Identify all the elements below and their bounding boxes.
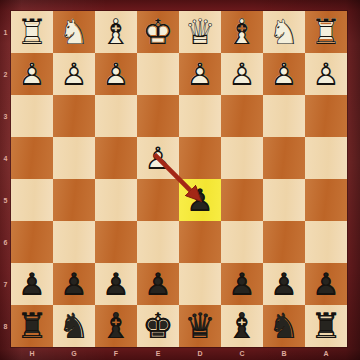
- black-bishop[interactable]: ♝♗: [221, 305, 263, 347]
- piece-glyph-outline: ♙: [221, 53, 263, 95]
- white-rook[interactable]: ♜♖: [305, 11, 347, 53]
- square-b5[interactable]: [263, 179, 305, 221]
- black-pawn[interactable]: ♟♙: [305, 263, 347, 305]
- square-c6[interactable]: [221, 221, 263, 263]
- square-c2[interactable]: ♟♙: [221, 53, 263, 95]
- white-knight[interactable]: ♞♘: [53, 11, 95, 53]
- square-f1[interactable]: ♝♗: [95, 11, 137, 53]
- square-e6[interactable]: [137, 221, 179, 263]
- piece-glyph-outline: ♙: [95, 263, 137, 305]
- piece-glyph-outline: ♙: [11, 263, 53, 305]
- piece-glyph-outline: ♙: [263, 53, 305, 95]
- square-d6[interactable]: [179, 221, 221, 263]
- square-c3[interactable]: [221, 95, 263, 137]
- square-d5[interactable]: ♟♙: [179, 179, 221, 221]
- square-f6[interactable]: [95, 221, 137, 263]
- white-knight[interactable]: ♞♘: [263, 11, 305, 53]
- rank-label-6: 6: [0, 221, 11, 263]
- square-a6[interactable]: [305, 221, 347, 263]
- piece-glyph-outline: ♙: [305, 263, 347, 305]
- white-pawn[interactable]: ♟♙: [305, 53, 347, 95]
- square-d8[interactable]: ♛♕: [179, 305, 221, 347]
- square-c1[interactable]: ♝♗: [221, 11, 263, 53]
- square-b6[interactable]: [263, 221, 305, 263]
- square-d2[interactable]: ♟♙: [179, 53, 221, 95]
- piece-glyph-outline: ♘: [263, 305, 305, 347]
- square-g1[interactable]: ♞♘: [53, 11, 95, 53]
- white-pawn[interactable]: ♟♙: [11, 53, 53, 95]
- square-c7[interactable]: ♟♙: [221, 263, 263, 305]
- white-pawn[interactable]: ♟♙: [53, 53, 95, 95]
- piece-glyph-outline: ♖: [305, 11, 347, 53]
- piece-glyph-outline: ♕: [179, 305, 221, 347]
- piece-glyph-outline: ♙: [53, 53, 95, 95]
- square-g3[interactable]: [53, 95, 95, 137]
- piece-glyph-outline: ♙: [221, 263, 263, 305]
- square-f7[interactable]: ♟♙: [95, 263, 137, 305]
- square-e8[interactable]: ♚♔: [137, 305, 179, 347]
- square-g5[interactable]: [53, 179, 95, 221]
- square-d3[interactable]: [179, 95, 221, 137]
- piece-glyph-outline: ♗: [95, 305, 137, 347]
- piece-glyph-outline: ♗: [221, 11, 263, 53]
- white-king[interactable]: ♚♔: [137, 11, 179, 53]
- white-bishop[interactable]: ♝♗: [221, 11, 263, 53]
- rank-label-1: 1: [0, 11, 11, 53]
- square-g4[interactable]: [53, 137, 95, 179]
- white-pawn[interactable]: ♟♙: [179, 53, 221, 95]
- white-pawn[interactable]: ♟♙: [263, 53, 305, 95]
- square-c4[interactable]: [221, 137, 263, 179]
- black-rook[interactable]: ♜♖: [11, 305, 53, 347]
- square-f4[interactable]: [95, 137, 137, 179]
- piece-glyph-outline: ♙: [305, 53, 347, 95]
- square-h7[interactable]: ♟♙: [11, 263, 53, 305]
- square-b2[interactable]: ♟♙: [263, 53, 305, 95]
- rank-label-5: 5: [0, 179, 11, 221]
- file-label-C: C: [221, 347, 263, 360]
- piece-glyph-outline: ♙: [95, 53, 137, 95]
- piece-glyph-outline: ♙: [263, 263, 305, 305]
- square-b8[interactable]: ♞♘: [263, 305, 305, 347]
- black-pawn[interactable]: ♟♙: [53, 263, 95, 305]
- square-g2[interactable]: ♟♙: [53, 53, 95, 95]
- white-pawn[interactable]: ♟♙: [137, 137, 179, 179]
- chess-board-frame: ♜♖♞♘♝♗♚♔♛♕♝♗♞♘♜♖♟♙♟♙♟♙♟♙♟♙♟♙♟♙♟♙♟♙♟♙♟♙♟♙…: [0, 0, 360, 360]
- square-e3[interactable]: [137, 95, 179, 137]
- square-a2[interactable]: ♟♙: [305, 53, 347, 95]
- file-label-A: A: [305, 347, 347, 360]
- file-label-E: E: [137, 347, 179, 360]
- piece-glyph-outline: ♙: [137, 137, 179, 179]
- black-pawn[interactable]: ♟♙: [11, 263, 53, 305]
- square-g6[interactable]: [53, 221, 95, 263]
- rank-label-8: 8: [0, 305, 11, 347]
- square-a7[interactable]: ♟♙: [305, 263, 347, 305]
- rank-label-3: 3: [0, 95, 11, 137]
- black-pawn[interactable]: ♟♙: [95, 263, 137, 305]
- square-e7[interactable]: ♟♙: [137, 263, 179, 305]
- piece-glyph-outline: ♔: [137, 11, 179, 53]
- square-a4[interactable]: [305, 137, 347, 179]
- square-h3[interactable]: [11, 95, 53, 137]
- square-c8[interactable]: ♝♗: [221, 305, 263, 347]
- file-label-H: H: [11, 347, 53, 360]
- white-queen[interactable]: ♛♕: [179, 11, 221, 53]
- square-d1[interactable]: ♛♕: [179, 11, 221, 53]
- square-c5[interactable]: [221, 179, 263, 221]
- black-knight[interactable]: ♞♘: [263, 305, 305, 347]
- piece-glyph-outline: ♘: [53, 305, 95, 347]
- piece-glyph-outline: ♘: [53, 11, 95, 53]
- file-label-D: D: [179, 347, 221, 360]
- white-pawn[interactable]: ♟♙: [95, 53, 137, 95]
- white-pawn[interactable]: ♟♙: [221, 53, 263, 95]
- rank-label-2: 2: [0, 53, 11, 95]
- black-pawn[interactable]: ♟♙: [137, 263, 179, 305]
- chess-board: ♜♖♞♘♝♗♚♔♛♕♝♗♞♘♜♖♟♙♟♙♟♙♟♙♟♙♟♙♟♙♟♙♟♙♟♙♟♙♟♙…: [11, 11, 347, 347]
- square-f5[interactable]: [95, 179, 137, 221]
- square-h5[interactable]: [11, 179, 53, 221]
- square-d7[interactable]: [179, 263, 221, 305]
- square-h2[interactable]: ♟♙: [11, 53, 53, 95]
- square-e4[interactable]: ♟♙: [137, 137, 179, 179]
- piece-glyph-outline: ♗: [221, 305, 263, 347]
- square-a5[interactable]: [305, 179, 347, 221]
- square-h1[interactable]: ♜♖: [11, 11, 53, 53]
- piece-glyph-outline: ♙: [11, 53, 53, 95]
- square-d4[interactable]: [179, 137, 221, 179]
- square-b4[interactable]: [263, 137, 305, 179]
- square-b3[interactable]: [263, 95, 305, 137]
- square-f2[interactable]: ♟♙: [95, 53, 137, 95]
- square-h8[interactable]: ♜♖: [11, 305, 53, 347]
- square-g7[interactable]: ♟♙: [53, 263, 95, 305]
- square-e2[interactable]: [137, 53, 179, 95]
- square-a8[interactable]: ♜♖: [305, 305, 347, 347]
- square-a1[interactable]: ♜♖: [305, 11, 347, 53]
- square-e1[interactable]: ♚♔: [137, 11, 179, 53]
- white-bishop[interactable]: ♝♗: [95, 11, 137, 53]
- black-knight[interactable]: ♞♘: [53, 305, 95, 347]
- black-bishop[interactable]: ♝♗: [95, 305, 137, 347]
- square-b7[interactable]: ♟♙: [263, 263, 305, 305]
- square-h6[interactable]: [11, 221, 53, 263]
- white-rook[interactable]: ♜♖: [11, 11, 53, 53]
- square-g8[interactable]: ♞♘: [53, 305, 95, 347]
- piece-glyph-outline: ♔: [137, 305, 179, 347]
- black-pawn[interactable]: ♟♙: [221, 263, 263, 305]
- black-pawn[interactable]: ♟♙: [263, 263, 305, 305]
- piece-glyph-outline: ♗: [95, 11, 137, 53]
- file-label-B: B: [263, 347, 305, 360]
- piece-glyph-outline: ♖: [305, 305, 347, 347]
- piece-glyph-outline: ♕: [179, 11, 221, 53]
- black-king[interactable]: ♚♔: [137, 305, 179, 347]
- rank-label-4: 4: [0, 137, 11, 179]
- square-f3[interactable]: [95, 95, 137, 137]
- black-rook[interactable]: ♜♖: [305, 305, 347, 347]
- square-b1[interactable]: ♞♘: [263, 11, 305, 53]
- piece-glyph-outline: ♙: [179, 53, 221, 95]
- square-e5[interactable]: [137, 179, 179, 221]
- rank-label-7: 7: [0, 263, 11, 305]
- piece-glyph-outline: ♙: [137, 263, 179, 305]
- file-label-G: G: [53, 347, 95, 360]
- file-label-F: F: [95, 347, 137, 360]
- piece-glyph-outline: ♙: [179, 179, 221, 221]
- square-f8[interactable]: ♝♗: [95, 305, 137, 347]
- black-queen[interactable]: ♛♕: [179, 305, 221, 347]
- piece-glyph-outline: ♘: [263, 11, 305, 53]
- black-pawn[interactable]: ♟♙: [179, 179, 221, 221]
- piece-glyph-outline: ♙: [53, 263, 95, 305]
- square-h4[interactable]: [11, 137, 53, 179]
- piece-glyph-outline: ♖: [11, 305, 53, 347]
- square-a3[interactable]: [305, 95, 347, 137]
- piece-glyph-outline: ♖: [11, 11, 53, 53]
